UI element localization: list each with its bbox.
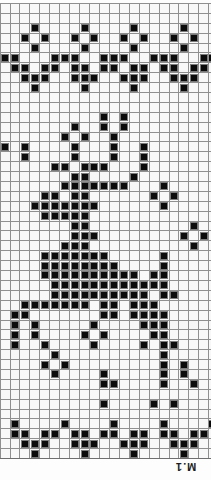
chart-cell: [178, 260, 188, 270]
chart-cell: [109, 438, 119, 448]
chart-cell: [188, 389, 198, 399]
stitch-square: [82, 65, 88, 71]
chart-cell: [109, 82, 119, 92]
stitch-square: [191, 431, 197, 437]
chart-cell: [29, 141, 39, 151]
chart-cell: [149, 23, 159, 33]
stitch-square: [141, 75, 147, 81]
chart-cell: [109, 122, 119, 132]
chart-cell: [19, 141, 29, 151]
chart-cell: [159, 211, 169, 221]
stitch-square: [22, 441, 28, 447]
stitch-square: [91, 203, 97, 209]
chart-cell: [119, 23, 129, 33]
chart-cell: [10, 428, 20, 438]
chart-cell: [159, 428, 169, 438]
stitch-square: [181, 25, 187, 31]
chart-cell: [39, 290, 49, 300]
chart-cell: [119, 3, 129, 13]
chart-cell: [149, 428, 159, 438]
chart-cell: [119, 240, 129, 250]
stitch-square: [141, 322, 147, 328]
stitch-square: [52, 352, 58, 358]
stitch-square: [91, 282, 97, 288]
chart-cell: [208, 62, 211, 72]
chart-cell: [10, 418, 20, 428]
stitch-square: [161, 292, 167, 298]
chart-cell: [89, 369, 99, 379]
chart-cell: [89, 428, 99, 438]
stitch-square: [101, 183, 107, 189]
stitch-square: [201, 233, 207, 239]
chart-cell: [29, 112, 39, 122]
chart-cell: [39, 211, 49, 221]
chart-cell: [149, 221, 159, 231]
chart-cell: [169, 250, 179, 260]
chart-cell: [178, 3, 188, 13]
chart-cell: [149, 290, 159, 300]
chart-cell: [99, 310, 109, 320]
chart-cell: [198, 201, 208, 211]
chart-cell: [89, 151, 99, 161]
chart-cell: [119, 339, 129, 349]
chart-cell: [109, 102, 119, 112]
stitch-square: [151, 272, 157, 278]
chart-cell: [149, 33, 159, 43]
chart-cell: [89, 320, 99, 330]
knitting-chart-grid: [0, 3, 211, 459]
chart-cell: [29, 339, 39, 349]
stitch-square: [101, 431, 107, 437]
chart-cell: [119, 250, 129, 260]
chart-cell: [19, 102, 29, 112]
stitch-square: [161, 183, 167, 189]
chart-cell: [119, 379, 129, 389]
chart-cell: [178, 82, 188, 92]
chart-cell: [99, 428, 109, 438]
chart-cell: [89, 52, 99, 62]
stitch-square: [161, 362, 167, 368]
stitch-square: [181, 451, 187, 457]
chart-cell: [99, 369, 109, 379]
chart-cell: [79, 300, 89, 310]
chart-cell: [69, 389, 79, 399]
chart-cell: [10, 399, 20, 409]
chart-cell: [69, 230, 79, 240]
chart-cell: [169, 102, 179, 112]
chart-cell: [109, 230, 119, 240]
chart-cell: [69, 270, 79, 280]
stitch-square: [101, 332, 107, 338]
chart-cell: [39, 379, 49, 389]
chart-cell: [10, 181, 20, 191]
chart-cell: [119, 300, 129, 310]
chart-cell: [79, 230, 89, 240]
stitch-square: [101, 401, 107, 407]
stitch-square: [52, 193, 58, 199]
chart-cell: [129, 359, 139, 369]
stitch-square: [82, 243, 88, 249]
chart-cell: [169, 260, 179, 270]
chart-cell: [59, 3, 69, 13]
chart-cell: [159, 13, 169, 23]
stitch-square: [121, 292, 127, 298]
chart-cell: [29, 102, 39, 112]
chart-cell: [69, 13, 79, 23]
chart-cell: [119, 62, 129, 72]
chart-cell: [159, 191, 169, 201]
chart-cell: [188, 399, 198, 409]
chart-cell: [149, 161, 159, 171]
chart-cell: [10, 329, 20, 339]
chart-cell: [79, 329, 89, 339]
chart-cell: [79, 339, 89, 349]
chart-cell: [69, 349, 79, 359]
chart-cell: [29, 122, 39, 132]
stitch-square: [161, 263, 167, 269]
stitch-square: [191, 35, 197, 41]
stitch-square: [91, 263, 97, 269]
stitch-square: [82, 451, 88, 457]
chart-cell: [198, 23, 208, 33]
chart-cell: [109, 191, 119, 201]
chart-cell: [169, 171, 179, 181]
stitch-square: [42, 302, 48, 308]
chart-cell: [109, 339, 119, 349]
chart-cell: [178, 310, 188, 320]
chart-cell: [139, 62, 149, 72]
chart-cell: [149, 92, 159, 102]
chart-cell: [59, 161, 69, 171]
chart-cell: [139, 438, 149, 448]
chart-cell: [169, 92, 179, 102]
chart-cell: [169, 438, 179, 448]
chart-cell: [188, 23, 198, 33]
chart-cell: [10, 52, 20, 62]
chart-cell: [89, 43, 99, 53]
chart-cell: [178, 369, 188, 379]
stitch-square: [131, 75, 137, 81]
chart-cell: [178, 329, 188, 339]
chart-cell: [198, 82, 208, 92]
chart-cell: [159, 320, 169, 330]
chart-cell: [139, 43, 149, 53]
chart-cell: [159, 221, 169, 231]
stitch-square: [111, 312, 117, 318]
chart-cell: [89, 23, 99, 33]
stitch-square: [52, 282, 58, 288]
chart-cell: [198, 250, 208, 260]
chart-cell: [198, 211, 208, 221]
chart-cell: [19, 329, 29, 339]
chart-cell: [129, 43, 139, 53]
chart-cell: [49, 320, 59, 330]
chart-cell: [79, 141, 89, 151]
chart-cell: [129, 92, 139, 102]
chart-cell: [49, 102, 59, 112]
chart-cell: [208, 409, 211, 419]
stitch-square: [32, 203, 38, 209]
stitch-square: [91, 292, 97, 298]
chart-cell: [39, 320, 49, 330]
chart-cell: [99, 290, 109, 300]
stitch-square: [62, 164, 68, 170]
chart-cell: [69, 438, 79, 448]
chart-cell: [49, 201, 59, 211]
chart-cell: [0, 300, 10, 310]
chart-cell: [178, 171, 188, 181]
chart-cell: [188, 349, 198, 359]
stitch-square: [91, 253, 97, 259]
chart-cell: [208, 339, 211, 349]
chart-cell: [198, 171, 208, 181]
chart-cell: [49, 191, 59, 201]
chart-cell: [0, 211, 10, 221]
chart-cell: [39, 280, 49, 290]
chart-cell: [99, 260, 109, 270]
chart-cell: [208, 399, 211, 409]
stitch-square: [72, 292, 78, 298]
chart-cell: [49, 13, 59, 23]
chart-cell: [139, 369, 149, 379]
chart-cell: [19, 230, 29, 240]
chart-cell: [119, 221, 129, 231]
stitch-square: [111, 154, 117, 160]
chart-cell: [29, 409, 39, 419]
chart-cell: [159, 280, 169, 290]
chart-cell: [129, 409, 139, 419]
chart-cell: [198, 33, 208, 43]
stitch-square: [101, 312, 107, 318]
chart-cell: [59, 409, 69, 419]
chart-cell: [29, 72, 39, 82]
chart-cell: [198, 428, 208, 438]
stitch-square: [22, 35, 28, 41]
chart-cell: [79, 151, 89, 161]
chart-cell: [99, 359, 109, 369]
stitch-square: [131, 45, 137, 51]
stitch-square: [42, 65, 48, 71]
chart-cell: [198, 339, 208, 349]
chart-cell: [129, 230, 139, 240]
chart-cell: [59, 240, 69, 250]
chart-cell: [19, 260, 29, 270]
chart-cell: [119, 448, 129, 458]
stitch-square: [111, 292, 117, 298]
chart-cell: [79, 349, 89, 359]
stitch-square: [191, 223, 197, 229]
chart-cell: [159, 438, 169, 448]
chart-cell: [129, 201, 139, 211]
chart-cell: [19, 181, 29, 191]
chart-cell: [19, 191, 29, 201]
chart-cell: [89, 349, 99, 359]
chart-cell: [149, 438, 159, 448]
chart-cell: [178, 418, 188, 428]
chart-cell: [149, 122, 159, 132]
chart-cell: [198, 448, 208, 458]
chart-cell: [109, 3, 119, 13]
stitch-square: [131, 302, 137, 308]
chart-cell: [208, 33, 211, 43]
chart-cell: [109, 320, 119, 330]
chart-cell: [149, 171, 159, 181]
chart-cell: [39, 409, 49, 419]
chart-cell: [10, 359, 20, 369]
chart-cell: [198, 438, 208, 448]
chart-cell: [39, 161, 49, 171]
chart-cell: [99, 250, 109, 260]
chart-cell: [159, 359, 169, 369]
chart-cell: [188, 201, 198, 211]
chart-cell: [69, 62, 79, 72]
chart-cell: [109, 141, 119, 151]
chart-cell: [149, 399, 159, 409]
chart-cell: [10, 260, 20, 270]
chart-cell: [19, 13, 29, 23]
chart-cell: [69, 409, 79, 419]
stitch-square: [161, 371, 167, 377]
stitch-square: [181, 441, 187, 447]
chart-cell: [169, 161, 179, 171]
stitch-square: [181, 75, 187, 81]
chart-cell: [89, 82, 99, 92]
chart-cell: [10, 320, 20, 330]
stitch-square: [2, 55, 8, 61]
chart-cell: [79, 438, 89, 448]
chart-cell: [59, 92, 69, 102]
stitch-square: [141, 65, 147, 71]
chart-cell: [198, 43, 208, 53]
chart-cell: [29, 379, 39, 389]
chart-cell: [89, 191, 99, 201]
chart-cell: [129, 171, 139, 181]
chart-cell: [39, 329, 49, 339]
chart-cell: [49, 82, 59, 92]
chart-cell: [19, 438, 29, 448]
chart-cell: [169, 230, 179, 240]
chart-cell: [29, 329, 39, 339]
chart-cell: [178, 181, 188, 191]
chart-cell: [19, 221, 29, 231]
chart-cell: [89, 230, 99, 240]
stitch-square: [72, 75, 78, 81]
chart-cell: [178, 399, 188, 409]
chart-cell: [59, 23, 69, 33]
chart-cell: [159, 389, 169, 399]
stitch-square: [82, 85, 88, 91]
stitch-square: [161, 342, 167, 348]
chart-cell: [89, 300, 99, 310]
stitch-square: [151, 401, 157, 407]
chart-cell: [119, 201, 129, 211]
chart-cell: [178, 33, 188, 43]
chart-cell: [49, 270, 59, 280]
chart-cell: [99, 201, 109, 211]
stitch-square: [32, 332, 38, 338]
chart-cell: [39, 102, 49, 112]
chart-cell: [208, 389, 211, 399]
chart-cell: [198, 260, 208, 270]
chart-cell: [129, 290, 139, 300]
chart-cell: [159, 171, 169, 181]
stitch-square: [12, 332, 18, 338]
chart-cell: [149, 52, 159, 62]
chart-cell: [129, 280, 139, 290]
chart-cell: [59, 339, 69, 349]
chart-cell: [188, 438, 198, 448]
chart-cell: [198, 270, 208, 280]
stitch-square: [161, 312, 167, 318]
chart-cell: [178, 112, 188, 122]
chart-cell: [208, 418, 211, 428]
chart-cell: [10, 290, 20, 300]
chart-cell: [159, 52, 169, 62]
chart-cell: [49, 349, 59, 359]
chart-cell: [79, 409, 89, 419]
chart-cell: [188, 230, 198, 240]
chart-cell: [169, 112, 179, 122]
stitch-square: [62, 302, 68, 308]
stitch-square: [82, 164, 88, 170]
stitch-square: [72, 154, 78, 160]
chart-cell: [109, 310, 119, 320]
chart-cell: [149, 280, 159, 290]
chart-cell: [169, 191, 179, 201]
chart-cell: [99, 349, 109, 359]
chart-cell: [169, 369, 179, 379]
chart-cell: [69, 369, 79, 379]
chart-cell: [29, 82, 39, 92]
chart-cell: [139, 23, 149, 33]
chart-cell: [178, 161, 188, 171]
chart-cell: [0, 369, 10, 379]
chart-cell: [139, 112, 149, 122]
stitch-square: [181, 233, 187, 239]
stitch-square: [82, 183, 88, 189]
stitch-square: [121, 183, 127, 189]
chart-cell: [29, 280, 39, 290]
chart-cell: [19, 23, 29, 33]
chart-cell: [89, 240, 99, 250]
chart-cell: [208, 448, 211, 458]
chart-cell: [0, 448, 10, 458]
chart-cell: [198, 132, 208, 142]
stitch-square: [111, 302, 117, 308]
chart-cell: [79, 161, 89, 171]
chart-cell: [208, 141, 211, 151]
chart-cell: [109, 389, 119, 399]
stitch-square: [72, 253, 78, 259]
chart-cell: [198, 102, 208, 112]
chart-cell: [39, 240, 49, 250]
chart-cell: [49, 43, 59, 53]
chart-cell: [169, 82, 179, 92]
chart-cell: [39, 428, 49, 438]
chart-cell: [69, 359, 79, 369]
stitch-square: [52, 302, 58, 308]
chart-cell: [10, 280, 20, 290]
stitch-square: [82, 45, 88, 51]
chart-cell: [208, 379, 211, 389]
chart-cell: [29, 181, 39, 191]
chart-cell: [89, 33, 99, 43]
chart-cell: [178, 122, 188, 132]
chart-cell: [69, 92, 79, 102]
chart-cell: [208, 43, 211, 53]
stitch-square: [131, 65, 137, 71]
chart-cell: [79, 132, 89, 142]
